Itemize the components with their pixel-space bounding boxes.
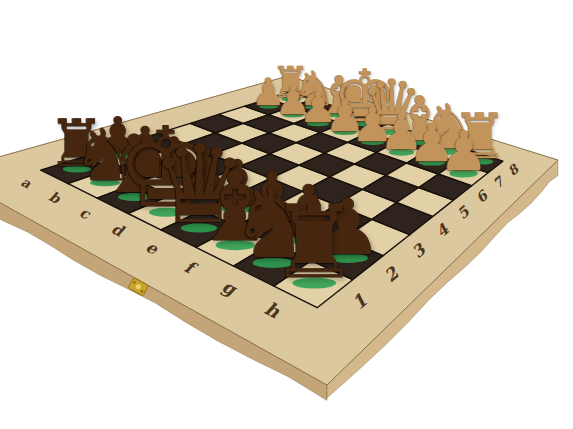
piece-light-pawn-h7: ♟ (439, 125, 489, 180)
chess-set-photo: abcdefgh12345678 ♜♟♞♟♝♟♚♛♟♝♟♞♟♟♜♟♟♜♟♟♞♟♝… (0, 0, 573, 429)
pieces-layer: ♜♟♞♟♝♟♚♛♟♝♟♞♟♟♜♟♟♜♟♟♞♟♝♟♚♟♛♟♝♟♞♜ (0, 0, 573, 429)
piece-dark-rook-h1: ♜ (269, 192, 359, 293)
